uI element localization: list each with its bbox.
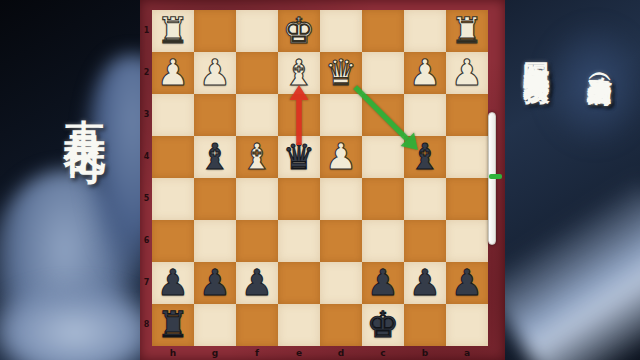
file-label-g: g [209,348,221,358]
file-label-a: a [461,348,473,358]
file-label-b: b [419,348,431,358]
rank-label-3: 3 [142,110,151,119]
right-caption-series: 国际象棋中局攻杀技巧 [520,42,555,62]
blurred-board-edge [0,285,160,360]
rank-label-2: 2 [142,68,151,77]
file-label-c: c [377,348,389,358]
red-arrow [290,85,309,145]
rank-label-6: 6 [142,236,151,245]
right-caption-episode: 攻击未易位的王（二） [585,57,618,69]
green-arrow [355,87,418,150]
rank-label-7: 7 [142,278,151,287]
move-arrows [152,10,488,346]
chessboard-frame: 12345678 ♜♚♜♟♟♝♛♟♟♝♝♛♟♝♟♟♟♟♟♟♜♚ hgfedcba [140,0,505,360]
file-label-d: d [335,348,347,358]
rank-label-5: 5 [142,194,151,203]
left-watermark: 直隶亿可 [58,86,113,126]
blurred-pawn-piece [0,170,145,360]
blurred-dark-piece [540,20,640,150]
rank-label-4: 4 [142,152,151,161]
rank-label-1: 1 [142,26,151,35]
file-label-h: h [167,348,179,358]
file-label-f: f [251,348,263,358]
video-frame: 直隶亿可 12345678 ♜♚♜♟♟♝♛♟♟♝♝♛♟♝♟♟♟♟♟♟♜♚ hgf… [0,0,640,360]
rank-label-8: 8 [142,320,151,329]
file-label-e: e [293,348,305,358]
scrollbar-green-marker [489,174,502,179]
